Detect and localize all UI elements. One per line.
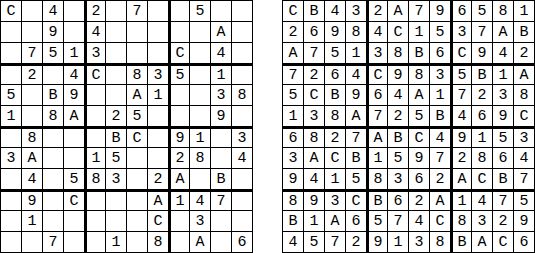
puzzle-cell-r5c1: 5 — [1, 85, 21, 105]
puzzle-cell-r3c5: 3 — [85, 43, 105, 63]
solution-cell-r4c4: 4 — [346, 64, 366, 84]
solution-cell-r7c1: 6 — [283, 127, 303, 147]
solution-cell-r4c9: 5 — [451, 64, 471, 84]
solution-cell-r6c3: 8 — [325, 106, 345, 126]
puzzle-cell-r2c12[interactable] — [232, 22, 252, 42]
solution-cell-r2c12: B — [514, 22, 534, 42]
puzzle-cell-r12c3: 7 — [43, 232, 63, 252]
solution-cell-r4c3: 6 — [325, 64, 345, 84]
puzzle-cell-r5c9[interactable] — [169, 85, 189, 105]
puzzle-cell-r1c1: C — [1, 1, 21, 21]
solution-cell-r10c7: 2 — [409, 190, 429, 210]
puzzle-cell-r12c6: 1 — [106, 232, 126, 252]
solution-cell-r10c6: 6 — [388, 190, 408, 210]
solution-cell-r9c12: 7 — [514, 169, 534, 189]
solution-cell-r8c8: 7 — [430, 148, 450, 168]
puzzle-cell-r5c8: 1 — [148, 85, 168, 105]
puzzle-cell-r12c5[interactable] — [85, 232, 105, 252]
puzzle-cell-r9c9: A — [169, 169, 189, 189]
puzzle-cell-r11c6[interactable] — [106, 211, 126, 231]
solution-cell-r11c6: 7 — [388, 211, 408, 231]
puzzle-cell-r8c10: 8 — [190, 148, 210, 168]
puzzle-cell-r10c11: 7 — [211, 190, 231, 210]
solution-cell-r11c9: 8 — [451, 211, 471, 231]
solution-cell-r9c5: 8 — [367, 169, 387, 189]
puzzle-cell-r5c7: A — [127, 85, 147, 105]
solution-cell-r6c6: 2 — [388, 106, 408, 126]
solution-cell-r7c12: 3 — [514, 127, 534, 147]
solution-cell-r4c5: C — [367, 64, 387, 84]
puzzle-cell-r3c8[interactable] — [148, 43, 168, 63]
puzzle-cell-r11c4[interactable] — [64, 211, 84, 231]
solution-cell-r12c7: 3 — [409, 232, 429, 252]
puzzle-cell-r11c3[interactable] — [43, 211, 63, 231]
puzzle-cell-r6c1: 1 — [1, 106, 21, 126]
solution-cell-r1c10: 5 — [472, 1, 492, 21]
solution-cell-r1c8: 9 — [430, 1, 450, 21]
puzzle-cell-r2c8[interactable] — [148, 22, 168, 42]
puzzle-cell-r8c4[interactable] — [64, 148, 84, 168]
solution-cell-r10c5: B — [367, 190, 387, 210]
puzzle-cell-r10c9: 1 — [169, 190, 189, 210]
puzzle-cell-r11c2: 1 — [22, 211, 42, 231]
puzzle-cell-r3c4: 1 — [64, 43, 84, 63]
solution-cell-r12c9: B — [451, 232, 471, 252]
solution-cell-r8c11: 6 — [493, 148, 513, 168]
solution-cell-r12c12: 6 — [514, 232, 534, 252]
puzzle-cell-r7c3[interactable] — [43, 127, 63, 147]
solution-cell-r6c10: 6 — [472, 106, 492, 126]
puzzle-cell-r1c2[interactable] — [22, 1, 42, 21]
solution-cell-r3c6: 8 — [388, 43, 408, 63]
puzzle-cell-r1c5: 2 — [85, 1, 105, 21]
solution-cell-r2c6: C — [388, 22, 408, 42]
puzzle-cell-r8c1: 3 — [1, 148, 21, 168]
solution-cell-r11c4: 6 — [346, 211, 366, 231]
puzzle-cell-r12c10: A — [190, 232, 210, 252]
puzzle-cell-r9c1[interactable] — [1, 169, 21, 189]
solution-cell-r2c7: 1 — [409, 22, 429, 42]
solution-cell-r3c2: 7 — [304, 43, 324, 63]
solution-cell-r11c7: 4 — [409, 211, 429, 231]
solution-cell-r5c8: 1 — [430, 85, 450, 105]
puzzle-cell-r7c4[interactable] — [64, 127, 84, 147]
puzzle-cell-r6c6: 2 — [106, 106, 126, 126]
puzzle-cell-r2c5: 4 — [85, 22, 105, 42]
solution-cell-r7c5: A — [367, 127, 387, 147]
puzzle-cell-r11c12[interactable] — [232, 211, 252, 231]
puzzle-cell-r9c11: B — [211, 169, 231, 189]
puzzle-cell-r3c3: 5 — [43, 43, 63, 63]
puzzle-cell-r12c11[interactable] — [211, 232, 231, 252]
puzzle-cell-r6c8[interactable] — [148, 106, 168, 126]
puzzle-cell-r8c12: 4 — [232, 148, 252, 168]
puzzle-cell-r1c10: 5 — [190, 1, 210, 21]
solution-cell-r5c3: B — [325, 85, 345, 105]
solution-cell-r11c8: C — [430, 211, 450, 231]
solution-cell-r10c2: 9 — [304, 190, 324, 210]
sudoku-diagram-page: C427594A7513C424C83515B9A13818A2598BC913… — [0, 0, 535, 253]
puzzle-cell-r5c5[interactable] — [85, 85, 105, 105]
puzzle-cell-r7c12: 3 — [232, 127, 252, 147]
puzzle-cell-r10c1[interactable] — [1, 190, 21, 210]
solution-cell-r10c10: 4 — [472, 190, 492, 210]
solution-cell-r4c2: 2 — [304, 64, 324, 84]
puzzle-cell-r10c5[interactable] — [85, 190, 105, 210]
puzzle-cell-r5c4: 9 — [64, 85, 84, 105]
puzzle-cell-r11c9[interactable] — [169, 211, 189, 231]
solution-cell-r5c11: 3 — [493, 85, 513, 105]
solution-cell-r1c5: 2 — [367, 1, 387, 21]
solution-cell-r8c5: 1 — [367, 148, 387, 168]
solution-cell-r4c7: 8 — [409, 64, 429, 84]
puzzle-cell-r10c6[interactable] — [106, 190, 126, 210]
solution-cell-r7c10: 1 — [472, 127, 492, 147]
solution-cell-r2c5: 4 — [367, 22, 387, 42]
puzzle-cell-r1c4[interactable] — [64, 1, 84, 21]
solution-cell-r6c2: 3 — [304, 106, 324, 126]
puzzle-cell-r6c5[interactable] — [85, 106, 105, 126]
solution-cell-r9c8: 2 — [430, 169, 450, 189]
solution-cell-r10c4: C — [346, 190, 366, 210]
solution-cell-r11c12: 9 — [514, 211, 534, 231]
puzzle-cell-r9c6: 3 — [106, 169, 126, 189]
puzzle-cell-r8c11[interactable] — [211, 148, 231, 168]
solution-cell-r5c1: 5 — [283, 85, 303, 105]
solution-cell-r12c10: A — [472, 232, 492, 252]
puzzle-cell-r4c12[interactable] — [232, 64, 252, 84]
solution-cell-r11c10: 3 — [472, 211, 492, 231]
solution-cell-r1c3: 4 — [325, 1, 345, 21]
solution-cell-r4c11: 1 — [493, 64, 513, 84]
solution-cell-r11c2: 1 — [304, 211, 324, 231]
solution-cell-r3c10: 9 — [472, 43, 492, 63]
solution-cell-r7c7: C — [409, 127, 429, 147]
solution-cell-r5c10: 2 — [472, 85, 492, 105]
puzzle-cell-r9c3[interactable] — [43, 169, 63, 189]
solution-cell-r8c9: 2 — [451, 148, 471, 168]
solution-cell-r6c11: 9 — [493, 106, 513, 126]
solution-cell-r9c2: 4 — [304, 169, 324, 189]
solution-cell-r7c6: B — [388, 127, 408, 147]
solution-cell-r6c8: B — [430, 106, 450, 126]
solution-cell-r10c8: A — [430, 190, 450, 210]
solution-cell-r10c3: 3 — [325, 190, 345, 210]
solution-cell-r10c1: 8 — [283, 190, 303, 210]
puzzle-cell-r8c7[interactable] — [127, 148, 147, 168]
puzzle-cell-r10c10: 4 — [190, 190, 210, 210]
puzzle-cell-r8c5: 1 — [85, 148, 105, 168]
solution-cell-r1c4: 3 — [346, 1, 366, 21]
solution-cell-r11c1: B — [283, 211, 303, 231]
solution-cell-r1c1: C — [283, 1, 303, 21]
puzzle-cell-r4c8: 3 — [148, 64, 168, 84]
solution-cell-r12c6: 1 — [388, 232, 408, 252]
solution-cell-r2c11: A — [493, 22, 513, 42]
puzzle-cell-r4c5: C — [85, 64, 105, 84]
solution-cell-r3c8: 6 — [430, 43, 450, 63]
puzzle-cell-r8c9: 2 — [169, 148, 189, 168]
puzzle-cell-r3c6[interactable] — [106, 43, 126, 63]
solution-cell-r3c3: 5 — [325, 43, 345, 63]
puzzle-cell-r12c7[interactable] — [127, 232, 147, 252]
puzzle-cell-r6c11: 9 — [211, 106, 231, 126]
solution-grid: CB432A79658126984C1537ABA75138B6C9427264… — [282, 0, 535, 253]
puzzle-cell-r5c12: 8 — [232, 85, 252, 105]
solution-cell-r8c3: C — [325, 148, 345, 168]
puzzle-cell-r2c9[interactable] — [169, 22, 189, 42]
solution-cell-r10c12: 5 — [514, 190, 534, 210]
puzzle-cell-r6c7: 5 — [127, 106, 147, 126]
puzzle-cell-r11c10: 3 — [190, 211, 210, 231]
puzzle-cell-r2c6[interactable] — [106, 22, 126, 42]
solution-cell-r7c3: 2 — [325, 127, 345, 147]
puzzle-cell-r5c6[interactable] — [106, 85, 126, 105]
solution-cell-r8c2: A — [304, 148, 324, 168]
puzzle-cell-r4c3[interactable] — [43, 64, 63, 84]
solution-cell-r6c12: C — [514, 106, 534, 126]
solution-cell-r4c6: 9 — [388, 64, 408, 84]
puzzle-cell-r7c2: 8 — [22, 127, 42, 147]
puzzle-cell-r12c1[interactable] — [1, 232, 21, 252]
puzzle-cell-r7c1[interactable] — [1, 127, 21, 147]
puzzle-cell-r1c12[interactable] — [232, 1, 252, 21]
solution-cell-r12c4: 2 — [346, 232, 366, 252]
solution-cell-r3c11: 4 — [493, 43, 513, 63]
puzzle-cell-r2c1[interactable] — [1, 22, 21, 42]
puzzle-cell-r1c6[interactable] — [106, 1, 126, 21]
solution-cell-r12c3: 7 — [325, 232, 345, 252]
puzzle-cell-r1c9[interactable] — [169, 1, 189, 21]
puzzle-grid: C427594A7513C424C83515B9A13818A2598BC913… — [0, 0, 253, 253]
solution-cell-r2c10: 7 — [472, 22, 492, 42]
puzzle-cell-r6c2[interactable] — [22, 106, 42, 126]
solution-cell-r2c2: 6 — [304, 22, 324, 42]
solution-cell-r6c7: 5 — [409, 106, 429, 126]
puzzle-cell-r4c10[interactable] — [190, 64, 210, 84]
solution-cell-r3c12: 2 — [514, 43, 534, 63]
puzzle-cell-r2c10[interactable] — [190, 22, 210, 42]
solution-cell-r7c2: 8 — [304, 127, 324, 147]
solution-cell-r12c8: 8 — [430, 232, 450, 252]
puzzle-cell-r9c12[interactable] — [232, 169, 252, 189]
solution-cell-r9c11: B — [493, 169, 513, 189]
solution-cell-r4c12: A — [514, 64, 534, 84]
solution-cell-r3c7: B — [409, 43, 429, 63]
solution-cell-r4c1: 7 — [283, 64, 303, 84]
puzzle-cell-r9c7[interactable] — [127, 169, 147, 189]
solution-cell-r7c4: 7 — [346, 127, 366, 147]
solution-cell-r7c8: 4 — [430, 127, 450, 147]
solution-cell-r9c3: 1 — [325, 169, 345, 189]
puzzle-cell-r11c11[interactable] — [211, 211, 231, 231]
solution-cell-r6c1: 1 — [283, 106, 303, 126]
solution-cell-r3c4: 1 — [346, 43, 366, 63]
solution-cell-r10c11: 7 — [493, 190, 513, 210]
puzzle-cell-r12c4[interactable] — [64, 232, 84, 252]
solution-cell-r9c10: C — [472, 169, 492, 189]
solution-cell-r5c12: 8 — [514, 85, 534, 105]
solution-cell-r9c7: 6 — [409, 169, 429, 189]
solution-cell-r2c1: 2 — [283, 22, 303, 42]
puzzle-cell-r9c8: 2 — [148, 169, 168, 189]
puzzle-cell-r4c6[interactable] — [106, 64, 126, 84]
puzzle-cell-r12c8: 8 — [148, 232, 168, 252]
puzzle-cell-r3c1[interactable] — [1, 43, 21, 63]
puzzle-cell-r10c2: 9 — [22, 190, 42, 210]
puzzle-cell-r9c10[interactable] — [190, 169, 210, 189]
puzzle-cell-r8c2: A — [22, 148, 42, 168]
puzzle-cell-r7c10: 1 — [190, 127, 210, 147]
solution-cell-r1c12: 1 — [514, 1, 534, 21]
puzzle-cell-r7c7: C — [127, 127, 147, 147]
puzzle-cell-r10c12[interactable] — [232, 190, 252, 210]
puzzle-cell-r8c8[interactable] — [148, 148, 168, 168]
solution-cell-r8c12: 4 — [514, 148, 534, 168]
solution-cell-r8c1: 3 — [283, 148, 303, 168]
puzzle-cell-r6c9[interactable] — [169, 106, 189, 126]
solution-cell-r2c3: 9 — [325, 22, 345, 42]
puzzle-cell-r1c3: 4 — [43, 1, 63, 21]
solution-cell-r11c3: A — [325, 211, 345, 231]
puzzle-cell-r6c4: A — [64, 106, 84, 126]
solution-cell-r12c5: 9 — [367, 232, 387, 252]
puzzle-cell-r2c3: 9 — [43, 22, 63, 42]
puzzle-cell-r8c6: 5 — [106, 148, 126, 168]
solution-cell-r5c7: A — [409, 85, 429, 105]
solution-cell-r1c6: A — [388, 1, 408, 21]
puzzle-cell-r11c7[interactable] — [127, 211, 147, 231]
puzzle-cell-r5c10[interactable] — [190, 85, 210, 105]
puzzle-cell-r7c9: 9 — [169, 127, 189, 147]
puzzle-cell-r1c8[interactable] — [148, 1, 168, 21]
puzzle-cell-r3c12[interactable] — [232, 43, 252, 63]
puzzle-cell-r12c9[interactable] — [169, 232, 189, 252]
puzzle-cell-r2c7[interactable] — [127, 22, 147, 42]
puzzle-cell-r2c2[interactable] — [22, 22, 42, 42]
puzzle-cell-r10c7[interactable] — [127, 190, 147, 210]
solution-cell-r8c6: 5 — [388, 148, 408, 168]
solution-cell-r3c9: C — [451, 43, 471, 63]
puzzle-cell-r3c10[interactable] — [190, 43, 210, 63]
solution-cell-r9c1: 9 — [283, 169, 303, 189]
puzzle-cell-r11c8: C — [148, 211, 168, 231]
puzzle-cell-r12c12: 6 — [232, 232, 252, 252]
solution-cell-r9c9: A — [451, 169, 471, 189]
puzzle-cell-r9c2: 4 — [22, 169, 42, 189]
puzzle-cell-r7c5[interactable] — [85, 127, 105, 147]
solution-cell-r2c8: 5 — [430, 22, 450, 42]
solution-cell-r3c1: A — [283, 43, 303, 63]
puzzle-cell-r9c5: 8 — [85, 169, 105, 189]
puzzle-cell-r4c2: 2 — [22, 64, 42, 84]
solution-cell-r8c7: 9 — [409, 148, 429, 168]
puzzle-cell-r6c10[interactable] — [190, 106, 210, 126]
solution-cell-r7c9: 9 — [451, 127, 471, 147]
puzzle-cell-r7c6: B — [106, 127, 126, 147]
solution-cell-r1c7: 7 — [409, 1, 429, 21]
puzzle-cell-r5c3: B — [43, 85, 63, 105]
puzzle-cell-r11c5[interactable] — [85, 211, 105, 231]
puzzle-cell-r8c3[interactable] — [43, 148, 63, 168]
puzzle-cell-r10c4: C — [64, 190, 84, 210]
solution-cell-r3c5: 3 — [367, 43, 387, 63]
solution-cell-r5c6: 4 — [388, 85, 408, 105]
puzzle-cell-r1c7: 7 — [127, 1, 147, 21]
solution-cell-r4c8: 3 — [430, 64, 450, 84]
solution-cell-r11c11: 2 — [493, 211, 513, 231]
solution-cell-r5c4: 9 — [346, 85, 366, 105]
puzzle-cell-r7c8[interactable] — [148, 127, 168, 147]
solution-cell-r12c1: 4 — [283, 232, 303, 252]
puzzle-cell-r1c11[interactable] — [211, 1, 231, 21]
solution-cell-r6c9: 4 — [451, 106, 471, 126]
puzzle-cell-r10c8: A — [148, 190, 168, 210]
puzzle-cell-r3c9: C — [169, 43, 189, 63]
puzzle-cell-r3c7[interactable] — [127, 43, 147, 63]
puzzle-cell-r4c4: 4 — [64, 64, 84, 84]
puzzle-cell-r7c11[interactable] — [211, 127, 231, 147]
puzzle-cell-r4c11: 1 — [211, 64, 231, 84]
solution-cell-r2c4: 8 — [346, 22, 366, 42]
puzzle-cell-r3c11: 4 — [211, 43, 231, 63]
puzzle-cell-r12c2[interactable] — [22, 232, 42, 252]
puzzle-cell-r11c1[interactable] — [1, 211, 21, 231]
solution-cell-r11c5: 5 — [367, 211, 387, 231]
puzzle-cell-r4c1[interactable] — [1, 64, 21, 84]
solution-cell-r1c9: 6 — [451, 1, 471, 21]
puzzle-cell-r6c3: 8 — [43, 106, 63, 126]
solution-cell-r12c11: C — [493, 232, 513, 252]
solution-cell-r8c10: 8 — [472, 148, 492, 168]
solution-cell-r6c4: A — [346, 106, 366, 126]
solution-cell-r9c6: 3 — [388, 169, 408, 189]
puzzle-cell-r4c7: 8 — [127, 64, 147, 84]
solution-cell-r10c9: 1 — [451, 190, 471, 210]
solution-cell-r6c5: 7 — [367, 106, 387, 126]
puzzle-cell-r4c9: 5 — [169, 64, 189, 84]
solution-cell-r2c9: 3 — [451, 22, 471, 42]
puzzle-cell-r6c12[interactable] — [232, 106, 252, 126]
solution-cell-r9c4: 5 — [346, 169, 366, 189]
puzzle-cell-r5c2[interactable] — [22, 85, 42, 105]
solution-cell-r1c2: B — [304, 1, 324, 21]
puzzle-cell-r3c2: 7 — [22, 43, 42, 63]
solution-cell-r4c10: B — [472, 64, 492, 84]
solution-cell-r5c9: 7 — [451, 85, 471, 105]
solution-cell-r5c2: C — [304, 85, 324, 105]
solution-cell-r7c11: 5 — [493, 127, 513, 147]
puzzle-cell-r10c3[interactable] — [43, 190, 63, 210]
puzzle-cell-r9c4: 5 — [64, 169, 84, 189]
solution-cell-r5c5: 6 — [367, 85, 387, 105]
solution-cell-r8c4: B — [346, 148, 366, 168]
puzzle-cell-r5c11: 3 — [211, 85, 231, 105]
solution-cell-r12c2: 5 — [304, 232, 324, 252]
puzzle-cell-r2c11: A — [211, 22, 231, 42]
puzzle-cell-r2c4[interactable] — [64, 22, 84, 42]
solution-cell-r1c11: 8 — [493, 1, 513, 21]
